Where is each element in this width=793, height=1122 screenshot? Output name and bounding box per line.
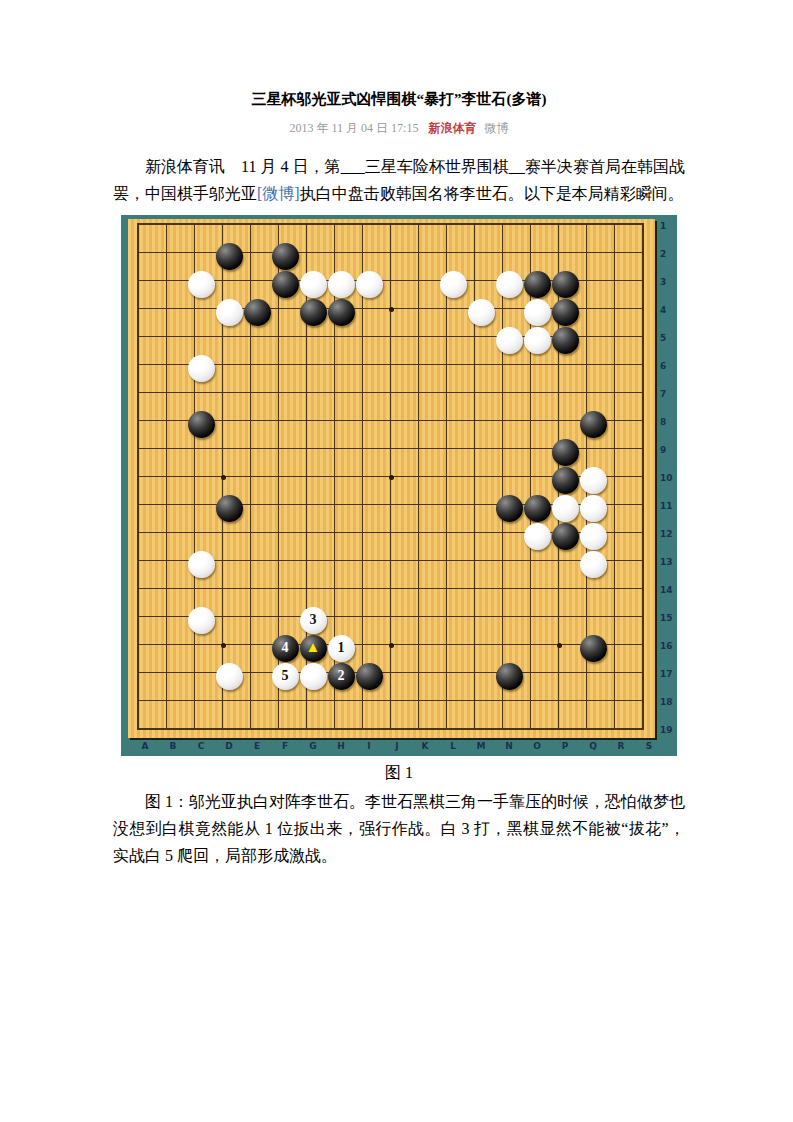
- stone-white: [552, 495, 579, 522]
- stone-black: [188, 411, 215, 438]
- column-label: M: [467, 737, 495, 755]
- row-label: 1: [658, 212, 677, 240]
- row-label: 2: [658, 240, 677, 268]
- column-label: B: [159, 737, 187, 755]
- column-label: I: [355, 737, 383, 755]
- stone-black: 4: [272, 635, 299, 662]
- column-label: P: [551, 737, 579, 755]
- row-label: 3: [658, 268, 677, 296]
- stone-white: [356, 271, 383, 298]
- column-label: A: [131, 737, 159, 755]
- stone-white: [496, 271, 523, 298]
- stone-white: [524, 523, 551, 550]
- article-paragraph: 新浪体育讯 11 月 4 日，第___三星车险杯世界围棋__赛半决赛首局在韩国战…: [113, 153, 685, 207]
- stone-number: 3: [310, 613, 317, 627]
- column-label: L: [439, 737, 467, 755]
- stone-black: [524, 495, 551, 522]
- row-label: 12: [658, 520, 677, 548]
- row-label: 5: [658, 324, 677, 352]
- article-page: 三星杯邬光亚式凶悍围棋“暴打”李世石(多谱) 2013 年 11 月 04 日 …: [0, 0, 793, 1122]
- stones-layer: 4▲2315: [131, 214, 663, 746]
- stone-white: [580, 495, 607, 522]
- column-label: O: [523, 737, 551, 755]
- go-board: 4▲2315 ABCDEFGHIJKLMNOPQRS 1234567891011…: [121, 215, 677, 756]
- stone-white: [468, 299, 495, 326]
- source-link[interactable]: 新浪体育: [428, 121, 476, 135]
- stone-white: [216, 299, 243, 326]
- row-label: 13: [658, 548, 677, 576]
- column-label: F: [271, 737, 299, 755]
- stone-white: 5: [272, 663, 299, 690]
- row-label: 9: [658, 436, 677, 464]
- stone-number: 5: [282, 669, 289, 683]
- board-wood: 4▲2315: [128, 219, 655, 738]
- stone-white: 1: [328, 635, 355, 662]
- column-label: E: [243, 737, 271, 755]
- stone-black: [552, 467, 579, 494]
- stone-white: [188, 607, 215, 634]
- stone-white: 3: [300, 607, 327, 634]
- column-label: J: [383, 737, 411, 755]
- stone-white: [580, 467, 607, 494]
- stone-white: [300, 663, 327, 690]
- stone-black: [496, 495, 523, 522]
- publish-date: 2013 年 11 月 04 日 17:15: [290, 121, 419, 135]
- row-label: 4: [658, 296, 677, 324]
- figure-caption: 图 1：邬光亚执白对阵李世石。李世石黑棋三角一手靠压的时候，恐怕做梦也没想到白棋…: [113, 788, 685, 869]
- page-title: 三星杯邬光亚式凶悍围棋“暴打”李世石(多谱): [113, 0, 685, 110]
- stone-white: [188, 271, 215, 298]
- column-label: G: [299, 737, 327, 755]
- stone-black: [552, 439, 579, 466]
- stone-black: 2: [328, 663, 355, 690]
- row-label: 18: [658, 688, 677, 716]
- stone-white: [216, 663, 243, 690]
- row-label: 17: [658, 660, 677, 688]
- stone-white: [524, 327, 551, 354]
- stone-black: [524, 271, 551, 298]
- stone-black: [272, 271, 299, 298]
- row-label: 15: [658, 604, 677, 632]
- row-label: 11: [658, 492, 677, 520]
- row-labels: 12345678910111213141516171819: [658, 212, 677, 744]
- stone-black: ▲: [300, 635, 327, 662]
- row-label: 19: [658, 716, 677, 744]
- row-label: 7: [658, 380, 677, 408]
- stone-number: 1: [338, 641, 345, 655]
- stone-black: [216, 495, 243, 522]
- stone-black: [580, 411, 607, 438]
- figure-number: 图 1: [113, 762, 685, 784]
- stone-black: [552, 523, 579, 550]
- article-text-after: 执白中盘击败韩国名将李世石。以下是本局精彩瞬间。: [300, 185, 684, 202]
- date-line: 2013 年 11 月 04 日 17:15新浪体育微博: [113, 119, 685, 137]
- stone-number: 4: [282, 641, 289, 655]
- weibo-bracket-link[interactable]: [微博]: [257, 185, 300, 202]
- stone-white: [580, 551, 607, 578]
- stone-white: [188, 355, 215, 382]
- stone-number: 2: [338, 669, 345, 683]
- row-label: 14: [658, 576, 677, 604]
- row-label: 16: [658, 632, 677, 660]
- stone-black: [552, 271, 579, 298]
- stone-black: [552, 299, 579, 326]
- weibo-link[interactable]: 微博: [484, 121, 508, 135]
- stone-white: [524, 299, 551, 326]
- stone-white: [328, 271, 355, 298]
- stone-white: [188, 551, 215, 578]
- stone-white: [440, 271, 467, 298]
- stone-black: [552, 327, 579, 354]
- column-label: N: [495, 737, 523, 755]
- column-label: H: [327, 737, 355, 755]
- stone-black: [244, 299, 271, 326]
- column-label: R: [607, 737, 635, 755]
- column-label: C: [187, 737, 215, 755]
- row-label: 6: [658, 352, 677, 380]
- column-label: K: [411, 737, 439, 755]
- stone-black: [216, 243, 243, 270]
- article-content: 三星杯邬光亚式凶悍围棋“暴打”李世石(多谱) 2013 年 11 月 04 日 …: [113, 0, 685, 869]
- stone-black: [496, 663, 523, 690]
- stone-white: [300, 271, 327, 298]
- stone-black: [300, 299, 327, 326]
- stone-black: [356, 663, 383, 690]
- column-label: Q: [579, 737, 607, 755]
- column-label: D: [215, 737, 243, 755]
- stone-black: [272, 243, 299, 270]
- stone-white: [580, 523, 607, 550]
- stone-black: [580, 635, 607, 662]
- column-labels: ABCDEFGHIJKLMNOPQRS: [131, 737, 663, 755]
- row-label: 10: [658, 464, 677, 492]
- row-label: 8: [658, 408, 677, 436]
- triangle-marker: ▲: [306, 640, 321, 655]
- stone-black: [328, 299, 355, 326]
- stone-white: [496, 327, 523, 354]
